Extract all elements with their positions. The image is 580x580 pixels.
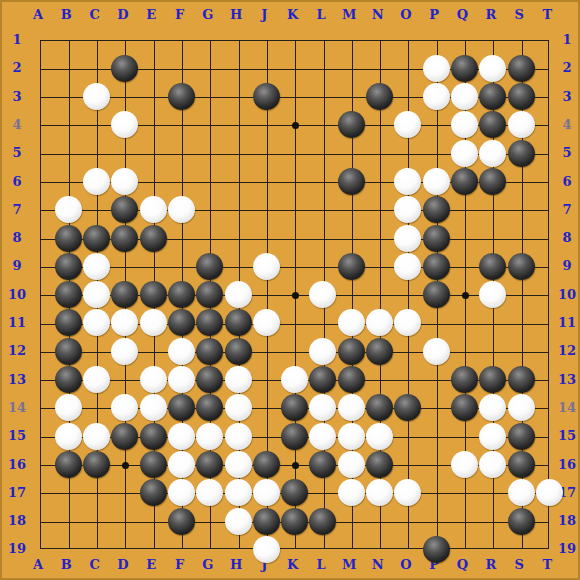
intersection-O8[interactable]: [394, 224, 422, 252]
intersection-B18[interactable]: [54, 507, 82, 535]
stone-white-M14[interactable]: [338, 394, 365, 421]
intersection-D19[interactable]: [111, 535, 139, 563]
intersection-T1[interactable]: [535, 26, 563, 54]
intersection-J16[interactable]: [252, 450, 280, 478]
intersection-M8[interactable]: [337, 224, 365, 252]
intersection-R2[interactable]: [479, 54, 507, 82]
stone-black-G14[interactable]: [196, 394, 223, 421]
intersection-K12[interactable]: [281, 337, 309, 365]
intersection-C7[interactable]: [82, 196, 110, 224]
stone-white-H17[interactable]: [225, 479, 252, 506]
intersection-D8[interactable]: [111, 224, 139, 252]
intersection-T7[interactable]: [535, 196, 563, 224]
intersection-G9[interactable]: [196, 252, 224, 280]
intersection-F13[interactable]: [167, 365, 195, 393]
stone-black-O14[interactable]: [394, 394, 421, 421]
intersection-F19[interactable]: [167, 535, 195, 563]
intersection-C18[interactable]: [82, 507, 110, 535]
intersection-J5[interactable]: [252, 139, 280, 167]
stone-black-P7[interactable]: [423, 196, 450, 223]
intersection-N17[interactable]: [365, 479, 393, 507]
intersection-E19[interactable]: [139, 535, 167, 563]
stone-white-D4[interactable]: [111, 111, 138, 138]
intersection-G8[interactable]: [196, 224, 224, 252]
stone-white-F7[interactable]: [168, 196, 195, 223]
intersection-H17[interactable]: [224, 479, 252, 507]
stone-white-C10[interactable]: [83, 281, 110, 308]
stone-black-J16[interactable]: [253, 451, 280, 478]
intersection-K9[interactable]: [281, 252, 309, 280]
intersection-R15[interactable]: [479, 422, 507, 450]
intersection-L16[interactable]: [309, 450, 337, 478]
stone-black-K17[interactable]: [281, 479, 308, 506]
intersection-D10[interactable]: [111, 281, 139, 309]
stone-black-P10[interactable]: [423, 281, 450, 308]
stone-black-B13[interactable]: [55, 366, 82, 393]
stone-black-R6[interactable]: [479, 168, 506, 195]
intersection-T17[interactable]: [535, 479, 563, 507]
stone-white-Q4[interactable]: [451, 111, 478, 138]
stone-black-B9[interactable]: [55, 253, 82, 280]
intersection-R17[interactable]: [479, 479, 507, 507]
intersection-P14[interactable]: [422, 394, 450, 422]
stone-black-R4[interactable]: [479, 111, 506, 138]
intersection-D18[interactable]: [111, 507, 139, 535]
intersection-F14[interactable]: [167, 394, 195, 422]
intersection-D7[interactable]: [111, 196, 139, 224]
stone-black-Q14[interactable]: [451, 394, 478, 421]
intersection-E16[interactable]: [139, 450, 167, 478]
intersection-D9[interactable]: [111, 252, 139, 280]
intersection-B2[interactable]: [54, 54, 82, 82]
intersection-F11[interactable]: [167, 309, 195, 337]
intersection-J14[interactable]: [252, 394, 280, 422]
stone-black-G10[interactable]: [196, 281, 223, 308]
stone-white-H13[interactable]: [225, 366, 252, 393]
intersection-C1[interactable]: [82, 26, 110, 54]
intersection-Q16[interactable]: [450, 450, 478, 478]
intersection-N5[interactable]: [365, 139, 393, 167]
stone-black-J3[interactable]: [253, 83, 280, 110]
intersection-G18[interactable]: [196, 507, 224, 535]
intersection-P7[interactable]: [422, 196, 450, 224]
stone-white-R5[interactable]: [479, 140, 506, 167]
intersection-G3[interactable]: [196, 82, 224, 110]
intersection-E15[interactable]: [139, 422, 167, 450]
stone-white-F12[interactable]: [168, 338, 195, 365]
intersection-L1[interactable]: [309, 26, 337, 54]
stone-white-D14[interactable]: [111, 394, 138, 421]
stone-black-S15[interactable]: [508, 423, 535, 450]
intersection-R19[interactable]: [479, 535, 507, 563]
intersection-L3[interactable]: [309, 82, 337, 110]
stone-black-Q13[interactable]: [451, 366, 478, 393]
intersection-K15[interactable]: [281, 422, 309, 450]
intersection-O16[interactable]: [394, 450, 422, 478]
stone-black-C8[interactable]: [83, 225, 110, 252]
intersection-T5[interactable]: [535, 139, 563, 167]
intersection-Q11[interactable]: [450, 309, 478, 337]
intersection-H6[interactable]: [224, 167, 252, 195]
intersection-K6[interactable]: [281, 167, 309, 195]
stone-white-Q3[interactable]: [451, 83, 478, 110]
intersection-S4[interactable]: [507, 111, 535, 139]
intersection-B5[interactable]: [54, 139, 82, 167]
intersection-S10[interactable]: [507, 281, 535, 309]
stone-black-S5[interactable]: [508, 140, 535, 167]
intersection-N14[interactable]: [365, 394, 393, 422]
intersection-G17[interactable]: [196, 479, 224, 507]
intersection-M15[interactable]: [337, 422, 365, 450]
intersection-M5[interactable]: [337, 139, 365, 167]
intersection-E18[interactable]: [139, 507, 167, 535]
intersection-O2[interactable]: [394, 54, 422, 82]
intersection-N9[interactable]: [365, 252, 393, 280]
stone-white-O11[interactable]: [394, 309, 421, 336]
intersection-O14[interactable]: [394, 394, 422, 422]
intersection-K16[interactable]: [281, 450, 309, 478]
intersection-D4[interactable]: [111, 111, 139, 139]
intersection-B16[interactable]: [54, 450, 82, 478]
stone-white-E11[interactable]: [140, 309, 167, 336]
intersection-T13[interactable]: [535, 365, 563, 393]
intersection-J17[interactable]: [252, 479, 280, 507]
intersection-L9[interactable]: [309, 252, 337, 280]
intersection-E6[interactable]: [139, 167, 167, 195]
intersection-T11[interactable]: [535, 309, 563, 337]
intersection-D2[interactable]: [111, 54, 139, 82]
intersection-S7[interactable]: [507, 196, 535, 224]
stone-black-S18[interactable]: [508, 508, 535, 535]
intersection-A7[interactable]: [26, 196, 54, 224]
stone-white-C9[interactable]: [83, 253, 110, 280]
intersection-F12[interactable]: [167, 337, 195, 365]
intersection-R14[interactable]: [479, 394, 507, 422]
intersection-H12[interactable]: [224, 337, 252, 365]
stone-white-P2[interactable]: [423, 55, 450, 82]
stone-white-Q5[interactable]: [451, 140, 478, 167]
stone-white-L12[interactable]: [309, 338, 336, 365]
intersection-Q8[interactable]: [450, 224, 478, 252]
intersection-N2[interactable]: [365, 54, 393, 82]
stone-white-J11[interactable]: [253, 309, 280, 336]
intersection-G11[interactable]: [196, 309, 224, 337]
intersection-O11[interactable]: [394, 309, 422, 337]
intersection-A19[interactable]: [26, 535, 54, 563]
stone-white-H15[interactable]: [225, 423, 252, 450]
stone-black-E15[interactable]: [140, 423, 167, 450]
intersection-Q19[interactable]: [450, 535, 478, 563]
stone-black-B12[interactable]: [55, 338, 82, 365]
intersection-A5[interactable]: [26, 139, 54, 167]
stone-white-Q16[interactable]: [451, 451, 478, 478]
stone-white-F13[interactable]: [168, 366, 195, 393]
intersection-K3[interactable]: [281, 82, 309, 110]
stone-black-F14[interactable]: [168, 394, 195, 421]
intersection-C3[interactable]: [82, 82, 110, 110]
stone-white-R10[interactable]: [479, 281, 506, 308]
intersection-T15[interactable]: [535, 422, 563, 450]
stone-white-B7[interactable]: [55, 196, 82, 223]
intersection-F16[interactable]: [167, 450, 195, 478]
intersection-B11[interactable]: [54, 309, 82, 337]
intersection-A8[interactable]: [26, 224, 54, 252]
intersection-G19[interactable]: [196, 535, 224, 563]
intersection-F2[interactable]: [167, 54, 195, 82]
intersection-N16[interactable]: [365, 450, 393, 478]
intersection-J6[interactable]: [252, 167, 280, 195]
stone-white-E14[interactable]: [140, 394, 167, 421]
intersection-R6[interactable]: [479, 167, 507, 195]
stone-black-R9[interactable]: [479, 253, 506, 280]
stone-black-B8[interactable]: [55, 225, 82, 252]
intersection-P19[interactable]: [422, 535, 450, 563]
intersection-Q18[interactable]: [450, 507, 478, 535]
intersection-J9[interactable]: [252, 252, 280, 280]
intersection-N11[interactable]: [365, 309, 393, 337]
stone-black-N12[interactable]: [366, 338, 393, 365]
intersection-A17[interactable]: [26, 479, 54, 507]
intersection-A14[interactable]: [26, 394, 54, 422]
stone-black-N16[interactable]: [366, 451, 393, 478]
intersection-E1[interactable]: [139, 26, 167, 54]
intersection-H13[interactable]: [224, 365, 252, 393]
intersection-J3[interactable]: [252, 82, 280, 110]
stone-black-J18[interactable]: [253, 508, 280, 535]
stone-black-G9[interactable]: [196, 253, 223, 280]
intersection-E17[interactable]: [139, 479, 167, 507]
stone-black-D15[interactable]: [111, 423, 138, 450]
intersection-E8[interactable]: [139, 224, 167, 252]
stone-white-D6[interactable]: [111, 168, 138, 195]
intersection-R11[interactable]: [479, 309, 507, 337]
stone-black-F11[interactable]: [168, 309, 195, 336]
intersection-L2[interactable]: [309, 54, 337, 82]
intersection-S11[interactable]: [507, 309, 535, 337]
intersection-K7[interactable]: [281, 196, 309, 224]
stone-white-F17[interactable]: [168, 479, 195, 506]
intersection-A3[interactable]: [26, 82, 54, 110]
stone-white-D12[interactable]: [111, 338, 138, 365]
intersection-F7[interactable]: [167, 196, 195, 224]
stone-black-G16[interactable]: [196, 451, 223, 478]
stone-white-S4[interactable]: [508, 111, 535, 138]
intersection-H10[interactable]: [224, 281, 252, 309]
intersection-B12[interactable]: [54, 337, 82, 365]
stone-white-L14[interactable]: [309, 394, 336, 421]
intersection-A11[interactable]: [26, 309, 54, 337]
intersection-N1[interactable]: [365, 26, 393, 54]
intersection-P10[interactable]: [422, 281, 450, 309]
stone-black-L18[interactable]: [309, 508, 336, 535]
intersection-G7[interactable]: [196, 196, 224, 224]
intersection-H4[interactable]: [224, 111, 252, 139]
stone-white-F16[interactable]: [168, 451, 195, 478]
stone-black-M4[interactable]: [338, 111, 365, 138]
intersection-E5[interactable]: [139, 139, 167, 167]
intersection-P4[interactable]: [422, 111, 450, 139]
intersection-C12[interactable]: [82, 337, 110, 365]
stone-white-N15[interactable]: [366, 423, 393, 450]
stone-black-S2[interactable]: [508, 55, 535, 82]
intersection-F17[interactable]: [167, 479, 195, 507]
intersection-O5[interactable]: [394, 139, 422, 167]
intersection-R4[interactable]: [479, 111, 507, 139]
intersection-B10[interactable]: [54, 281, 82, 309]
intersection-E13[interactable]: [139, 365, 167, 393]
stone-white-B15[interactable]: [55, 423, 82, 450]
intersection-M12[interactable]: [337, 337, 365, 365]
stone-black-C16[interactable]: [83, 451, 110, 478]
intersection-S18[interactable]: [507, 507, 535, 535]
stone-black-D2[interactable]: [111, 55, 138, 82]
intersection-T4[interactable]: [535, 111, 563, 139]
intersection-S12[interactable]: [507, 337, 535, 365]
intersection-P11[interactable]: [422, 309, 450, 337]
stone-white-O7[interactable]: [394, 196, 421, 223]
intersection-P12[interactable]: [422, 337, 450, 365]
stone-black-L13[interactable]: [309, 366, 336, 393]
intersection-M13[interactable]: [337, 365, 365, 393]
stone-black-L16[interactable]: [309, 451, 336, 478]
intersection-Q7[interactable]: [450, 196, 478, 224]
intersection-S5[interactable]: [507, 139, 535, 167]
stone-black-F10[interactable]: [168, 281, 195, 308]
stone-black-P8[interactable]: [423, 225, 450, 252]
intersection-Q15[interactable]: [450, 422, 478, 450]
intersection-L14[interactable]: [309, 394, 337, 422]
stone-black-S16[interactable]: [508, 451, 535, 478]
intersection-O15[interactable]: [394, 422, 422, 450]
intersection-Q9[interactable]: [450, 252, 478, 280]
stone-black-F18[interactable]: [168, 508, 195, 535]
intersection-J1[interactable]: [252, 26, 280, 54]
stone-black-Q2[interactable]: [451, 55, 478, 82]
stone-white-L15[interactable]: [309, 423, 336, 450]
intersection-F3[interactable]: [167, 82, 195, 110]
intersection-B14[interactable]: [54, 394, 82, 422]
intersection-A9[interactable]: [26, 252, 54, 280]
stone-white-O6[interactable]: [394, 168, 421, 195]
intersection-P5[interactable]: [422, 139, 450, 167]
intersection-L19[interactable]: [309, 535, 337, 563]
stone-black-M12[interactable]: [338, 338, 365, 365]
stone-white-H16[interactable]: [225, 451, 252, 478]
intersection-S9[interactable]: [507, 252, 535, 280]
intersection-N19[interactable]: [365, 535, 393, 563]
stone-white-C6[interactable]: [83, 168, 110, 195]
intersection-P8[interactable]: [422, 224, 450, 252]
intersection-P1[interactable]: [422, 26, 450, 54]
intersection-R16[interactable]: [479, 450, 507, 478]
stone-white-P6[interactable]: [423, 168, 450, 195]
stone-black-B11[interactable]: [55, 309, 82, 336]
intersection-F10[interactable]: [167, 281, 195, 309]
intersection-K10[interactable]: [281, 281, 309, 309]
intersection-D17[interactable]: [111, 479, 139, 507]
intersection-F8[interactable]: [167, 224, 195, 252]
stone-black-S9[interactable]: [508, 253, 535, 280]
intersection-S17[interactable]: [507, 479, 535, 507]
intersection-O6[interactable]: [394, 167, 422, 195]
stone-white-N11[interactable]: [366, 309, 393, 336]
intersection-F18[interactable]: [167, 507, 195, 535]
stone-black-K18[interactable]: [281, 508, 308, 535]
intersection-N12[interactable]: [365, 337, 393, 365]
intersection-T9[interactable]: [535, 252, 563, 280]
stone-white-H10[interactable]: [225, 281, 252, 308]
intersection-M10[interactable]: [337, 281, 365, 309]
stone-white-R14[interactable]: [479, 394, 506, 421]
stone-white-C3[interactable]: [83, 83, 110, 110]
intersection-H9[interactable]: [224, 252, 252, 280]
intersection-M4[interactable]: [337, 111, 365, 139]
intersection-M16[interactable]: [337, 450, 365, 478]
intersection-M17[interactable]: [337, 479, 365, 507]
stone-white-C13[interactable]: [83, 366, 110, 393]
intersection-T10[interactable]: [535, 281, 563, 309]
intersection-J18[interactable]: [252, 507, 280, 535]
intersection-D5[interactable]: [111, 139, 139, 167]
intersection-H18[interactable]: [224, 507, 252, 535]
intersection-N15[interactable]: [365, 422, 393, 450]
intersection-H7[interactable]: [224, 196, 252, 224]
intersection-H16[interactable]: [224, 450, 252, 478]
intersection-G15[interactable]: [196, 422, 224, 450]
stone-white-C11[interactable]: [83, 309, 110, 336]
intersection-T12[interactable]: [535, 337, 563, 365]
stone-black-S13[interactable]: [508, 366, 535, 393]
intersection-M6[interactable]: [337, 167, 365, 195]
intersection-Q4[interactable]: [450, 111, 478, 139]
intersection-A13[interactable]: [26, 365, 54, 393]
stone-white-P12[interactable]: [423, 338, 450, 365]
intersection-L8[interactable]: [309, 224, 337, 252]
intersection-O10[interactable]: [394, 281, 422, 309]
intersection-M14[interactable]: [337, 394, 365, 422]
intersection-G13[interactable]: [196, 365, 224, 393]
intersection-B1[interactable]: [54, 26, 82, 54]
intersection-M9[interactable]: [337, 252, 365, 280]
intersection-J12[interactable]: [252, 337, 280, 365]
intersection-Q13[interactable]: [450, 365, 478, 393]
intersection-B19[interactable]: [54, 535, 82, 563]
intersection-L4[interactable]: [309, 111, 337, 139]
intersection-P6[interactable]: [422, 167, 450, 195]
intersection-S3[interactable]: [507, 82, 535, 110]
intersection-K8[interactable]: [281, 224, 309, 252]
intersection-L12[interactable]: [309, 337, 337, 365]
stone-black-G13[interactable]: [196, 366, 223, 393]
intersection-S14[interactable]: [507, 394, 535, 422]
stone-white-J9[interactable]: [253, 253, 280, 280]
stone-white-F15[interactable]: [168, 423, 195, 450]
stone-white-M11[interactable]: [338, 309, 365, 336]
intersection-F9[interactable]: [167, 252, 195, 280]
stone-white-P3[interactable]: [423, 83, 450, 110]
intersection-N3[interactable]: [365, 82, 393, 110]
intersection-M11[interactable]: [337, 309, 365, 337]
intersection-B17[interactable]: [54, 479, 82, 507]
stone-white-L10[interactable]: [309, 281, 336, 308]
intersection-D1[interactable]: [111, 26, 139, 54]
intersection-O9[interactable]: [394, 252, 422, 280]
intersection-F1[interactable]: [167, 26, 195, 54]
stone-white-E7[interactable]: [140, 196, 167, 223]
intersection-D15[interactable]: [111, 422, 139, 450]
intersection-J8[interactable]: [252, 224, 280, 252]
intersection-O7[interactable]: [394, 196, 422, 224]
